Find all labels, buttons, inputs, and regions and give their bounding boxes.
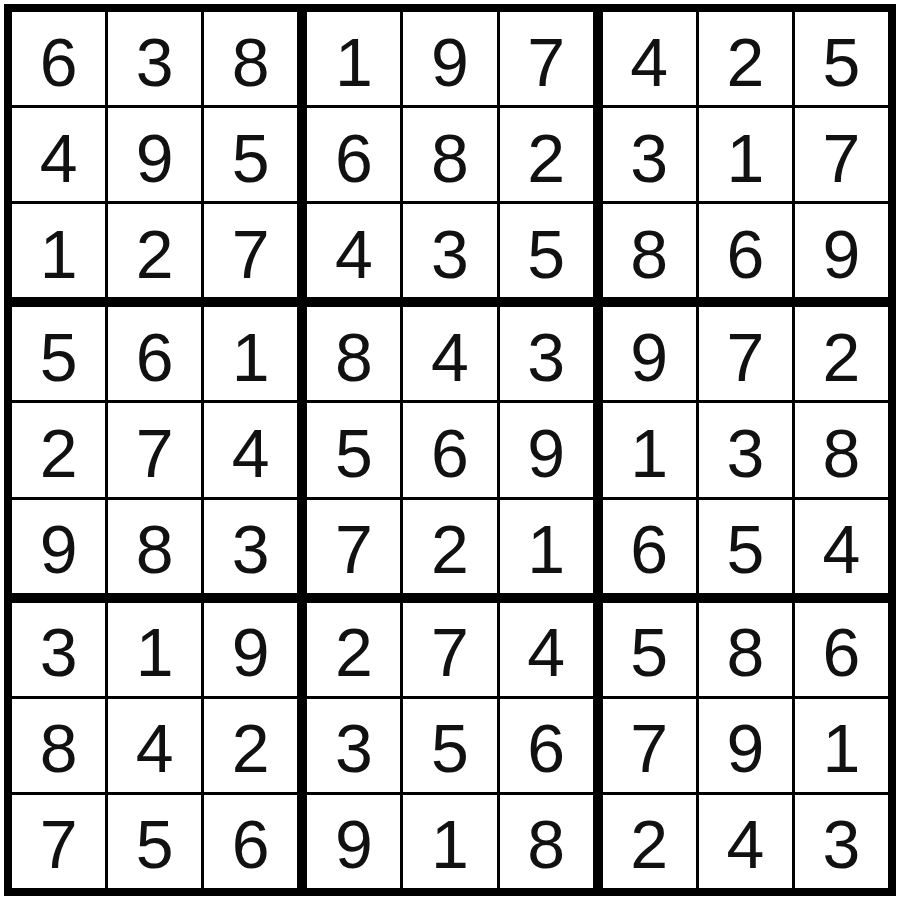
cell-r3c3[interactable]: 7 [204,204,297,297]
cell-r2c8[interactable]: 1 [699,108,792,201]
cell-r4c4[interactable]: 8 [307,307,400,400]
cell-r8c2[interactable]: 4 [108,699,201,792]
cell-r8c3[interactable]: 2 [204,699,297,792]
cell-r1c4[interactable]: 1 [307,12,400,105]
cell-r9c3[interactable]: 6 [204,795,297,888]
cell-r8c5[interactable]: 5 [403,699,496,792]
cell-r6c5[interactable]: 2 [403,500,496,593]
cell-r6c6[interactable]: 1 [500,500,593,593]
cell-r4c2[interactable]: 6 [108,307,201,400]
cell-r6c7[interactable]: 6 [603,500,696,593]
cell-r1c2[interactable]: 3 [108,12,201,105]
cell-r7c2[interactable]: 1 [108,603,201,696]
cell-r3c6[interactable]: 5 [500,204,593,297]
cell-r4c8[interactable]: 7 [699,307,792,400]
cell-r9c2[interactable]: 5 [108,795,201,888]
cell-r1c7[interactable]: 4 [603,12,696,105]
cell-r1c3[interactable]: 8 [204,12,297,105]
cell-r3c2[interactable]: 2 [108,204,201,297]
cell-r6c1[interactable]: 9 [12,500,105,593]
sudoku-board: 6384951271976824354253178695612749838435… [4,4,896,896]
cell-r5c4[interactable]: 5 [307,403,400,496]
cell-r8c4[interactable]: 3 [307,699,400,792]
cell-r2c1[interactable]: 4 [12,108,105,201]
cell-r4c3[interactable]: 1 [204,307,297,400]
cell-r8c7[interactable]: 7 [603,699,696,792]
cell-r9c4[interactable]: 9 [307,795,400,888]
cell-r2c5[interactable]: 8 [403,108,496,201]
cell-r7c3[interactable]: 9 [204,603,297,696]
cell-r9c1[interactable]: 7 [12,795,105,888]
cell-r9c7[interactable]: 2 [603,795,696,888]
cell-r8c9[interactable]: 1 [795,699,888,792]
cell-r1c6[interactable]: 7 [500,12,593,105]
cell-r4c5[interactable]: 4 [403,307,496,400]
cell-r8c8[interactable]: 9 [699,699,792,792]
cell-r3c8[interactable]: 6 [699,204,792,297]
cell-r2c9[interactable]: 7 [795,108,888,201]
cell-r6c4[interactable]: 7 [307,500,400,593]
box-3-2: 274356918 [307,603,592,888]
cell-r4c6[interactable]: 3 [500,307,593,400]
cell-r1c8[interactable]: 2 [699,12,792,105]
box-2-1: 561274983 [12,307,297,592]
cell-r7c4[interactable]: 2 [307,603,400,696]
box-2-2: 843569721 [307,307,592,592]
cell-r5c2[interactable]: 7 [108,403,201,496]
cell-r8c6[interactable]: 6 [500,699,593,792]
cell-r4c9[interactable]: 2 [795,307,888,400]
cell-r2c4[interactable]: 6 [307,108,400,201]
cell-r3c5[interactable]: 3 [403,204,496,297]
cell-r3c4[interactable]: 4 [307,204,400,297]
cell-r5c7[interactable]: 1 [603,403,696,496]
cell-r6c8[interactable]: 5 [699,500,792,593]
page-background: 6384951271976824354253178695612749838435… [0,0,900,900]
cell-r7c6[interactable]: 4 [500,603,593,696]
cell-r7c5[interactable]: 7 [403,603,496,696]
cell-r6c9[interactable]: 4 [795,500,888,593]
cell-r4c7[interactable]: 9 [603,307,696,400]
cell-r8c1[interactable]: 8 [12,699,105,792]
box-2-3: 972138654 [603,307,888,592]
cell-r5c6[interactable]: 9 [500,403,593,496]
box-1-1: 638495127 [12,12,297,297]
box-1-2: 197682435 [307,12,592,297]
cell-r7c9[interactable]: 6 [795,603,888,696]
cell-r9c9[interactable]: 3 [795,795,888,888]
cell-r2c2[interactable]: 9 [108,108,201,201]
box-3-3: 586791243 [603,603,888,888]
cell-r7c1[interactable]: 3 [12,603,105,696]
cell-r6c3[interactable]: 3 [204,500,297,593]
cell-r5c8[interactable]: 3 [699,403,792,496]
cell-r9c8[interactable]: 4 [699,795,792,888]
cell-r7c8[interactable]: 8 [699,603,792,696]
cell-r1c5[interactable]: 9 [403,12,496,105]
cell-r2c6[interactable]: 2 [500,108,593,201]
cell-r5c5[interactable]: 6 [403,403,496,496]
cell-r5c9[interactable]: 8 [795,403,888,496]
cell-r3c1[interactable]: 1 [12,204,105,297]
box-3-1: 319842756 [12,603,297,888]
cell-r9c5[interactable]: 1 [403,795,496,888]
cell-r5c3[interactable]: 4 [204,403,297,496]
cell-r7c7[interactable]: 5 [603,603,696,696]
cell-r6c2[interactable]: 8 [108,500,201,593]
cell-r4c1[interactable]: 5 [12,307,105,400]
box-1-3: 425317869 [603,12,888,297]
cell-r9c6[interactable]: 8 [500,795,593,888]
cell-r2c7[interactable]: 3 [603,108,696,201]
cell-r1c1[interactable]: 6 [12,12,105,105]
cell-r1c9[interactable]: 5 [795,12,888,105]
cell-r5c1[interactable]: 2 [12,403,105,496]
cell-r3c7[interactable]: 8 [603,204,696,297]
cell-r2c3[interactable]: 5 [204,108,297,201]
cell-r3c9[interactable]: 9 [795,204,888,297]
